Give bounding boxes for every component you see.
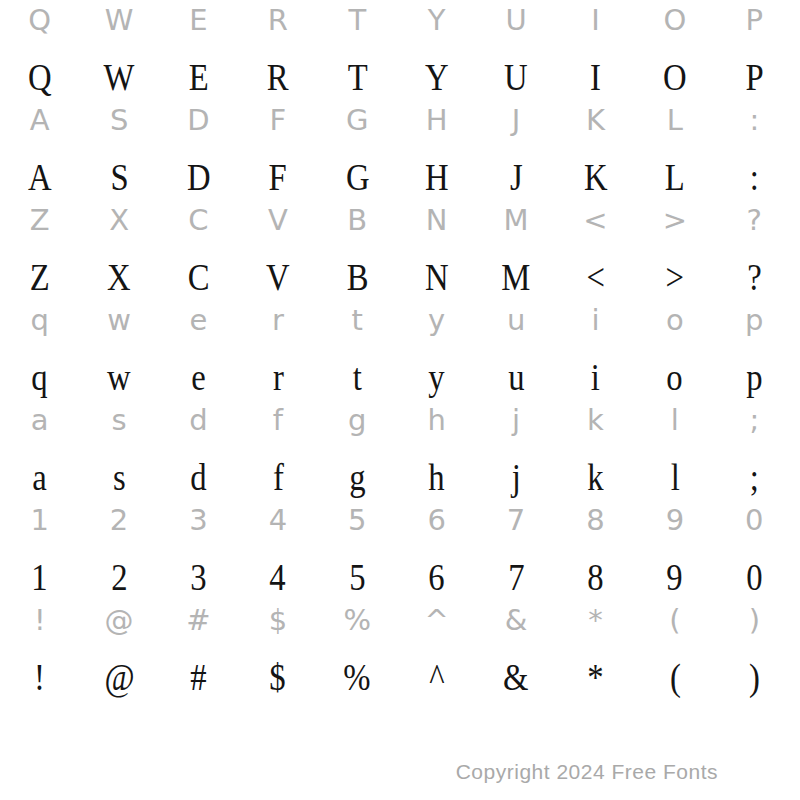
font-specimen-grid: QWERTYUIOPQWERTYUIOPASDFGHJKL:ASDFGHJKL:… [0, 0, 800, 800]
copyright-text: Copyright 2024 Free Fonts [456, 759, 718, 785]
